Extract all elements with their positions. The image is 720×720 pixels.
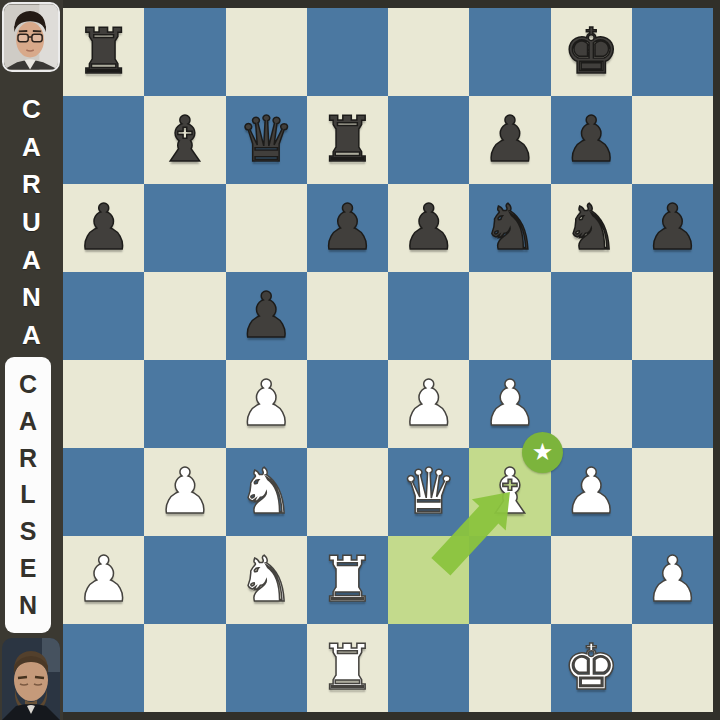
name-letter: A xyxy=(22,134,41,160)
name-letter: L xyxy=(20,482,35,507)
black-pawn-e6[interactable]: ♟ xyxy=(400,196,456,259)
square-d7[interactable]: ♜ xyxy=(307,96,388,184)
square-h4[interactable] xyxy=(632,360,713,448)
name-letter: E xyxy=(20,556,37,581)
square-a7[interactable] xyxy=(63,96,144,184)
caruana-avatar-image xyxy=(4,4,58,70)
black-pawn-g7[interactable]: ♟ xyxy=(563,108,619,171)
square-a1[interactable] xyxy=(63,624,144,712)
white-knight-c3[interactable]: ♞ xyxy=(238,460,294,523)
square-g3[interactable]: ♟ xyxy=(551,448,632,536)
square-d4[interactable] xyxy=(307,360,388,448)
black-queen-c7[interactable]: ♛ xyxy=(238,108,294,171)
name-letter: A xyxy=(22,322,41,348)
name-letter: R xyxy=(19,446,37,471)
square-c1[interactable] xyxy=(226,624,307,712)
square-b6[interactable] xyxy=(144,184,225,272)
square-h3[interactable] xyxy=(632,448,713,536)
square-f2[interactable] xyxy=(469,536,550,624)
square-f5[interactable] xyxy=(469,272,550,360)
name-letter: A xyxy=(22,247,41,273)
square-d3[interactable] xyxy=(307,448,388,536)
square-g1[interactable]: ♚ xyxy=(551,624,632,712)
black-knight-g6[interactable]: ♞ xyxy=(563,196,619,259)
white-rook-d1[interactable]: ♜ xyxy=(319,636,375,699)
square-e4[interactable]: ♟ xyxy=(388,360,469,448)
square-a8[interactable]: ♜ xyxy=(63,8,144,96)
square-c5[interactable]: ♟ xyxy=(226,272,307,360)
black-rook-a8[interactable]: ♜ xyxy=(75,20,131,83)
square-a4[interactable] xyxy=(63,360,144,448)
square-c4[interactable]: ♟ xyxy=(226,360,307,448)
square-b4[interactable] xyxy=(144,360,225,448)
name-letter: A xyxy=(19,409,37,434)
square-e5[interactable] xyxy=(388,272,469,360)
name-letter: N xyxy=(19,593,37,618)
square-c7[interactable]: ♛ xyxy=(226,96,307,184)
black-rook-d7[interactable]: ♜ xyxy=(319,108,375,171)
square-h6[interactable]: ♟ xyxy=(632,184,713,272)
square-b8[interactable] xyxy=(144,8,225,96)
star-icon: ★ xyxy=(532,440,554,464)
square-g7[interactable]: ♟ xyxy=(551,96,632,184)
square-d5[interactable] xyxy=(307,272,388,360)
white-knight-c2[interactable]: ♞ xyxy=(238,548,294,611)
square-c6[interactable] xyxy=(226,184,307,272)
square-e7[interactable] xyxy=(388,96,469,184)
black-pawn-h6[interactable]: ♟ xyxy=(644,196,700,259)
name-letter: S xyxy=(20,519,37,544)
name-letter: C xyxy=(22,96,41,122)
white-rook-d2[interactable]: ♜ xyxy=(319,548,375,611)
square-b3[interactable]: ♟ xyxy=(144,448,225,536)
chess-board[interactable]: ♜♚♝♛♜♟♟♟♟♟♞♞♟♟♟♟♟♟♞♛♝♟♟♞♜♟♜♚ xyxy=(63,8,713,712)
square-b5[interactable] xyxy=(144,272,225,360)
square-e6[interactable]: ♟ xyxy=(388,184,469,272)
square-c3[interactable]: ♞ xyxy=(226,448,307,536)
square-d8[interactable] xyxy=(307,8,388,96)
square-c8[interactable] xyxy=(226,8,307,96)
caruana-photo xyxy=(2,2,60,72)
square-g5[interactable] xyxy=(551,272,632,360)
square-f7[interactable]: ♟ xyxy=(469,96,550,184)
square-d6[interactable]: ♟ xyxy=(307,184,388,272)
player-sidebar: CARUANA CARLSEN xyxy=(0,0,63,720)
square-e8[interactable] xyxy=(388,8,469,96)
name-letter: U xyxy=(22,209,41,235)
square-h2[interactable]: ♟ xyxy=(632,536,713,624)
white-pawn-f4[interactable]: ♟ xyxy=(482,372,538,435)
square-f1[interactable] xyxy=(469,624,550,712)
square-a5[interactable] xyxy=(63,272,144,360)
square-c2[interactable]: ♞ xyxy=(226,536,307,624)
black-pawn-c5[interactable]: ♟ xyxy=(238,284,294,347)
name-letter: C xyxy=(19,372,37,397)
square-b1[interactable] xyxy=(144,624,225,712)
white-queen-e3[interactable]: ♛ xyxy=(400,460,456,523)
square-b2[interactable] xyxy=(144,536,225,624)
name-letter: R xyxy=(22,171,41,197)
square-d2[interactable]: ♜ xyxy=(307,536,388,624)
square-g8[interactable]: ♚ xyxy=(551,8,632,96)
white-pawn-c4[interactable]: ♟ xyxy=(238,372,294,435)
white-pawn-h2[interactable]: ♟ xyxy=(644,548,700,611)
square-e1[interactable] xyxy=(388,624,469,712)
black-pawn-f7[interactable]: ♟ xyxy=(482,108,538,171)
square-b7[interactable]: ♝ xyxy=(144,96,225,184)
carlsen-avatar-image xyxy=(2,638,60,720)
square-a3[interactable] xyxy=(63,448,144,536)
square-e2[interactable] xyxy=(388,536,469,624)
player-name-top: CARUANA xyxy=(0,96,63,348)
square-g4[interactable] xyxy=(551,360,632,448)
white-pawn-e4[interactable]: ♟ xyxy=(400,372,456,435)
white-pawn-b3[interactable]: ♟ xyxy=(157,460,213,523)
name-letter: N xyxy=(22,284,41,310)
square-e3[interactable]: ♛ xyxy=(388,448,469,536)
square-h8[interactable] xyxy=(632,8,713,96)
square-h5[interactable] xyxy=(632,272,713,360)
square-f6[interactable]: ♞ xyxy=(469,184,550,272)
square-a6[interactable]: ♟ xyxy=(63,184,144,272)
black-pawn-d6[interactable]: ♟ xyxy=(319,196,375,259)
carlsen-photo xyxy=(2,638,60,720)
black-bishop-b7[interactable]: ♝ xyxy=(157,108,213,171)
player-name-bottom: CARLSEN xyxy=(5,357,51,633)
square-h7[interactable] xyxy=(632,96,713,184)
square-g6[interactable]: ♞ xyxy=(551,184,632,272)
white-pawn-g3[interactable]: ♟ xyxy=(563,460,619,523)
square-h1[interactable] xyxy=(632,624,713,712)
best-move-star-badge: ★ xyxy=(522,432,563,473)
black-king-g8[interactable]: ♚ xyxy=(563,20,619,83)
white-king-g1[interactable]: ♚ xyxy=(563,636,619,699)
black-pawn-a6[interactable]: ♟ xyxy=(75,196,131,259)
square-a2[interactable]: ♟ xyxy=(63,536,144,624)
black-knight-f6[interactable]: ♞ xyxy=(482,196,538,259)
square-f8[interactable] xyxy=(469,8,550,96)
white-pawn-a2[interactable]: ♟ xyxy=(75,548,131,611)
square-g2[interactable] xyxy=(551,536,632,624)
square-d1[interactable]: ♜ xyxy=(307,624,388,712)
